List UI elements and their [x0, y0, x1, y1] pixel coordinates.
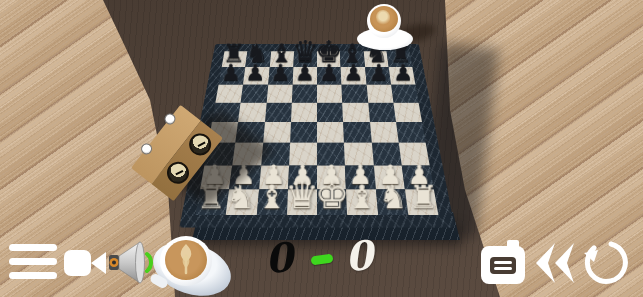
board-square[interactable]: [317, 103, 343, 122]
board-square[interactable]: [368, 103, 396, 122]
chess-piece-white[interactable]: ♝: [348, 182, 377, 214]
board-square[interactable]: [235, 122, 264, 143]
board-square[interactable]: ♝: [256, 189, 287, 215]
board-square[interactable]: [317, 122, 344, 143]
chess-piece-black[interactable]: ♟: [319, 61, 339, 83]
chess-piece-black[interactable]: ♟: [246, 61, 266, 83]
score-separator: [310, 254, 333, 266]
game-scene: ♜♞♝♛♚♝♞♜♟♟♟♟♟♟♟♟♟♟♟♟♟♟♟♟♜♞♝♛♚♝♞♜: [0, 0, 643, 297]
board-square[interactable]: [391, 84, 419, 102]
chess-piece-white[interactable]: ♞: [227, 182, 256, 214]
board-square[interactable]: [292, 84, 317, 102]
board-square[interactable]: ♟: [219, 67, 246, 84]
board-square[interactable]: [370, 122, 399, 143]
chess-piece-black[interactable]: ♟: [393, 61, 413, 83]
board-square[interactable]: ♟: [365, 67, 391, 84]
board-square[interactable]: ♟: [268, 67, 293, 84]
hamburger-icon: [9, 258, 57, 265]
board-square[interactable]: ♞: [226, 189, 259, 215]
hamburger-icon: [9, 272, 57, 279]
board-square[interactable]: [238, 103, 266, 122]
latte-art: [376, 10, 390, 26]
board-square[interactable]: [241, 84, 268, 102]
board-square[interactable]: ♟: [341, 67, 366, 84]
menu-button[interactable]: [9, 243, 57, 280]
save-button[interactable]: [480, 240, 526, 284]
chess-piece-white[interactable]: ♜: [409, 182, 438, 214]
board-square[interactable]: ♜: [196, 189, 230, 215]
chess-piece-white[interactable]: ♜: [196, 182, 225, 214]
board-square[interactable]: [343, 122, 371, 143]
board-square[interactable]: [342, 84, 368, 102]
board-grid: ♜♞♝♛♚♝♞♜♟♟♟♟♟♟♟♟♟♟♟♟♟♟♟♟♜♞♝♛♚♝♞♜: [196, 51, 439, 215]
chess-piece-white[interactable]: ♚: [315, 176, 349, 214]
reset-icon: [580, 237, 632, 287]
board-square[interactable]: ♟: [292, 67, 317, 84]
board-square[interactable]: [366, 84, 393, 102]
hamburger-icon: [9, 244, 57, 251]
latte-art-rosetta: [172, 242, 200, 276]
board-square[interactable]: ♟: [389, 67, 416, 84]
score-white: 0: [343, 235, 375, 278]
undo-button[interactable]: [535, 241, 579, 285]
chess-piece-black[interactable]: ♟: [368, 61, 388, 83]
board-square[interactable]: ♟: [243, 67, 269, 84]
coffee-button[interactable]: [148, 232, 234, 296]
floppy-disk-icon: [480, 240, 526, 284]
board-square[interactable]: [263, 122, 291, 143]
video-camera-icon: [64, 249, 106, 277]
board-square[interactable]: [342, 103, 369, 122]
coffee-cup-on-table: [353, 2, 419, 52]
board-square[interactable]: ♚: [317, 189, 347, 215]
chess-piece-black[interactable]: ♟: [295, 61, 315, 83]
board-square[interactable]: [212, 103, 241, 122]
board-square[interactable]: [393, 103, 422, 122]
board-square[interactable]: [266, 84, 292, 102]
board-square[interactable]: [317, 84, 342, 102]
board-square[interactable]: ♜: [405, 189, 439, 215]
chess-piece-black[interactable]: ♟: [270, 61, 290, 83]
board-square[interactable]: ♝: [346, 189, 377, 215]
score-black: 0: [263, 237, 295, 280]
record-button[interactable]: [64, 249, 106, 277]
chess-piece-white[interactable]: ♛: [285, 176, 319, 214]
chess-piece-white[interactable]: ♞: [378, 182, 407, 214]
board-square[interactable]: [396, 122, 426, 143]
board-square[interactable]: ♞: [375, 189, 408, 215]
rewind-icon: [535, 241, 579, 285]
chess-piece-black[interactable]: ♟: [344, 61, 364, 83]
chess-piece-black[interactable]: ♟: [221, 61, 241, 83]
board-square[interactable]: [215, 84, 243, 102]
restart-button[interactable]: [580, 237, 632, 287]
board-square[interactable]: [291, 103, 317, 122]
board-square[interactable]: [265, 103, 292, 122]
chess-piece-white[interactable]: ♝: [257, 182, 286, 214]
board-square[interactable]: ♟: [317, 67, 342, 84]
board-square[interactable]: ♛: [287, 189, 317, 215]
score-display: 0 0: [255, 232, 385, 288]
board-square[interactable]: [290, 122, 317, 143]
